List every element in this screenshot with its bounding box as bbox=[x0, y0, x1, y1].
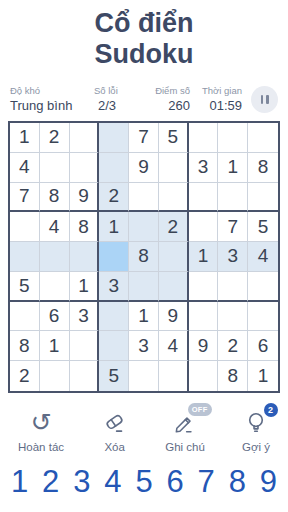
cell-r7c3[interactable]: 3 bbox=[70, 302, 100, 332]
sudoku-board: 1275493187892481275813451363198134926258… bbox=[8, 121, 280, 393]
cell-r9c6[interactable] bbox=[159, 361, 189, 391]
stat-mistakes: Số lỗi 2/3 bbox=[94, 85, 155, 113]
cell-r7c9[interactable] bbox=[248, 302, 278, 332]
cell-r3c7[interactable] bbox=[189, 183, 219, 213]
numpad-2[interactable]: 2 bbox=[42, 464, 59, 500]
cell-r1c8[interactable] bbox=[218, 123, 248, 153]
cell-r1c1[interactable]: 1 bbox=[10, 123, 40, 153]
cell-r1c5[interactable]: 7 bbox=[129, 123, 159, 153]
cell-r4c9[interactable]: 5 bbox=[248, 212, 278, 242]
stat-score-label: Điểm số bbox=[155, 85, 190, 96]
cell-r2c5[interactable]: 9 bbox=[129, 153, 159, 183]
cell-r3c9[interactable] bbox=[248, 183, 278, 213]
cell-r5c7[interactable]: 1 bbox=[189, 242, 219, 272]
cell-r7c1[interactable] bbox=[10, 302, 40, 332]
eraser-icon bbox=[101, 409, 128, 436]
cell-r1c9[interactable] bbox=[248, 123, 278, 153]
cell-r8c5[interactable]: 3 bbox=[129, 331, 159, 361]
cell-r2c4[interactable] bbox=[99, 153, 129, 183]
page-title-line2: Sudoku bbox=[0, 39, 288, 70]
pencil-icon: OFF bbox=[172, 409, 199, 436]
pause-icon bbox=[261, 95, 269, 104]
cell-r4c5[interactable] bbox=[129, 212, 159, 242]
stat-score-value: 260 bbox=[155, 98, 190, 113]
numpad-6[interactable]: 6 bbox=[166, 464, 183, 500]
cell-r8c9[interactable]: 6 bbox=[248, 331, 278, 361]
cell-r3c8[interactable] bbox=[218, 183, 248, 213]
cell-r6c5[interactable] bbox=[129, 272, 159, 302]
cell-r5c3[interactable] bbox=[70, 242, 100, 272]
cell-r9c8[interactable]: 8 bbox=[218, 361, 248, 391]
pause-button[interactable] bbox=[251, 86, 278, 113]
stat-score: Điểm số 260 bbox=[155, 85, 190, 113]
cell-r9c1[interactable]: 2 bbox=[10, 361, 40, 391]
cell-r5c1[interactable] bbox=[10, 242, 40, 272]
undo-icon: ↺ bbox=[28, 409, 55, 436]
cell-r4c1[interactable] bbox=[10, 212, 40, 242]
cell-r9c7[interactable] bbox=[189, 361, 219, 391]
stat-difficulty-value: Trung bình bbox=[10, 98, 94, 113]
notes-label: Ghi chú bbox=[165, 441, 205, 453]
stat-mistakes-label: Số lỗi bbox=[94, 85, 155, 96]
cell-r2c2[interactable] bbox=[40, 153, 70, 183]
sudoku-app: Cổ điển Sudoku Độ khó Trung bình Số lỗi … bbox=[0, 0, 288, 512]
cell-r5c8[interactable]: 3 bbox=[218, 242, 248, 272]
cell-r3c6[interactable] bbox=[159, 183, 189, 213]
cell-r3c5[interactable] bbox=[129, 183, 159, 213]
cell-r2c1[interactable]: 4 bbox=[10, 153, 40, 183]
cell-r9c3[interactable] bbox=[70, 361, 100, 391]
cell-r1c2[interactable]: 2 bbox=[40, 123, 70, 153]
hint-count-badge: 2 bbox=[264, 403, 278, 417]
cell-r7c4[interactable] bbox=[99, 302, 129, 332]
cell-r9c5[interactable] bbox=[129, 361, 159, 391]
erase-button[interactable]: Xóa bbox=[101, 409, 128, 453]
cell-r3c2[interactable]: 8 bbox=[40, 183, 70, 213]
cell-r7c6[interactable]: 9 bbox=[159, 302, 189, 332]
cell-r5c5[interactable]: 8 bbox=[129, 242, 159, 272]
numpad-5[interactable]: 5 bbox=[135, 464, 152, 500]
cell-r4c6[interactable]: 2 bbox=[159, 212, 189, 242]
cell-r6c8[interactable] bbox=[218, 272, 248, 302]
numpad-7[interactable]: 7 bbox=[198, 464, 215, 500]
stat-difficulty-label: Độ khó bbox=[10, 85, 94, 96]
stat-time: Thời gian 01:59 bbox=[202, 85, 242, 113]
cell-r1c7[interactable] bbox=[189, 123, 219, 153]
stat-time-value: 01:59 bbox=[202, 98, 242, 113]
cell-r8c2[interactable]: 1 bbox=[40, 331, 70, 361]
cell-r6c7[interactable] bbox=[189, 272, 219, 302]
stat-difficulty: Độ khó Trung bình bbox=[10, 85, 94, 113]
cell-r8c7[interactable]: 9 bbox=[189, 331, 219, 361]
cell-r5c9[interactable]: 4 bbox=[248, 242, 278, 272]
cell-r8c4[interactable] bbox=[99, 331, 129, 361]
cell-r7c7[interactable] bbox=[189, 302, 219, 332]
cell-r2c7[interactable]: 3 bbox=[189, 153, 219, 183]
numpad-1[interactable]: 1 bbox=[11, 464, 28, 500]
cell-r1c6[interactable]: 5 bbox=[159, 123, 189, 153]
undo-label: Hoàn tác bbox=[18, 441, 64, 453]
cell-r9c4[interactable]: 5 bbox=[99, 361, 129, 391]
cell-r7c8[interactable] bbox=[218, 302, 248, 332]
cell-r3c4[interactable]: 2 bbox=[99, 183, 129, 213]
cell-r4c4[interactable]: 1 bbox=[99, 212, 129, 242]
cell-r1c3[interactable] bbox=[70, 123, 100, 153]
notes-button[interactable]: OFF Ghi chú bbox=[165, 409, 205, 453]
page-title-line1: Cổ điển bbox=[0, 8, 288, 39]
undo-button[interactable]: ↺ Hoàn tác bbox=[18, 409, 64, 453]
cell-r6c2[interactable] bbox=[40, 272, 70, 302]
erase-label: Xóa bbox=[104, 441, 124, 453]
cell-r7c5[interactable]: 1 bbox=[129, 302, 159, 332]
cell-r6c1[interactable]: 5 bbox=[10, 272, 40, 302]
cell-r6c3[interactable]: 1 bbox=[70, 272, 100, 302]
cell-r4c8[interactable]: 7 bbox=[218, 212, 248, 242]
numpad-9[interactable]: 9 bbox=[260, 464, 277, 500]
page-title: Cổ điển Sudoku bbox=[0, 0, 288, 70]
stats-bar: Độ khó Trung bình Số lỗi 2/3 Điểm số 260… bbox=[0, 85, 288, 113]
notes-off-badge: OFF bbox=[188, 403, 212, 416]
number-pad: 123456789 bbox=[0, 464, 288, 500]
cell-r2c3[interactable] bbox=[70, 153, 100, 183]
cell-r2c6[interactable] bbox=[159, 153, 189, 183]
cell-r9c9[interactable]: 1 bbox=[248, 361, 278, 391]
cell-r9c2[interactable] bbox=[40, 361, 70, 391]
toolbar: ↺ Hoàn tác Xóa bbox=[0, 409, 288, 453]
cell-r3c3[interactable]: 9 bbox=[70, 183, 100, 213]
cell-r4c3[interactable]: 8 bbox=[70, 212, 100, 242]
cell-r4c2[interactable]: 4 bbox=[40, 212, 70, 242]
numpad-4[interactable]: 4 bbox=[104, 464, 121, 500]
cell-r1c4[interactable] bbox=[99, 123, 129, 153]
numpad-3[interactable]: 3 bbox=[73, 464, 90, 500]
cell-r6c6[interactable] bbox=[159, 272, 189, 302]
cell-r8c6[interactable]: 4 bbox=[159, 331, 189, 361]
cell-r3c1[interactable]: 7 bbox=[10, 183, 40, 213]
cell-r2c8[interactable]: 1 bbox=[218, 153, 248, 183]
stat-time-label: Thời gian bbox=[202, 85, 242, 96]
hint-label: Gợi ý bbox=[242, 441, 270, 453]
lightbulb-icon: 2 bbox=[243, 409, 270, 436]
cell-r6c4[interactable]: 3 bbox=[99, 272, 129, 302]
cell-r5c4[interactable] bbox=[99, 242, 129, 272]
cell-r8c8[interactable]: 2 bbox=[218, 331, 248, 361]
cell-r5c6[interactable] bbox=[159, 242, 189, 272]
numpad-8[interactable]: 8 bbox=[229, 464, 246, 500]
hint-button[interactable]: 2 Gợi ý bbox=[242, 409, 270, 453]
cell-r2c9[interactable]: 8 bbox=[248, 153, 278, 183]
cell-r6c9[interactable] bbox=[248, 272, 278, 302]
stat-mistakes-value: 2/3 bbox=[94, 98, 155, 113]
cell-r7c2[interactable]: 6 bbox=[40, 302, 70, 332]
cell-r5c2[interactable] bbox=[40, 242, 70, 272]
cell-r4c7[interactable] bbox=[189, 212, 219, 242]
cell-r8c3[interactable] bbox=[70, 331, 100, 361]
cell-r8c1[interactable]: 8 bbox=[10, 331, 40, 361]
